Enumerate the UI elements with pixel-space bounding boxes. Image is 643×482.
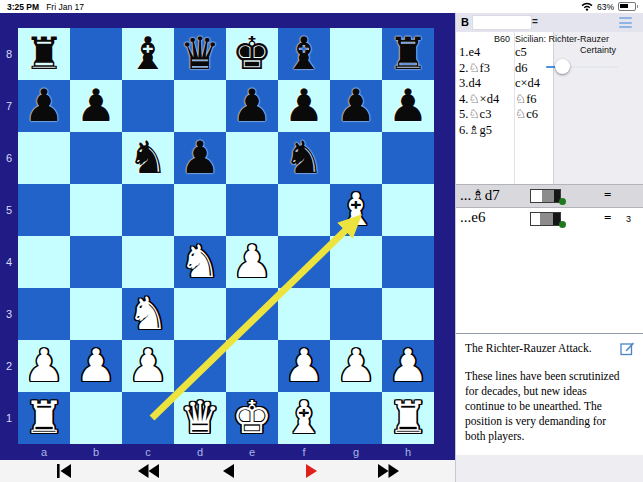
move-black-3[interactable]: c×d4 <box>515 76 554 92</box>
variation-row-2[interactable]: ...e6=3 <box>456 207 643 231</box>
fast-forward-button[interactable] <box>377 464 399 478</box>
square-g7[interactable]: ♟ <box>330 80 382 132</box>
square-b4[interactable] <box>70 236 122 288</box>
white-queen-piece: ♛ <box>180 395 220 440</box>
white-knight-piece: ♞ <box>180 239 220 284</box>
step-back-icon <box>223 464 234 478</box>
square-e1[interactable]: ♚ <box>226 392 278 444</box>
white-bishop-piece: ♝ <box>284 395 324 440</box>
black-knight-piece: ♞ <box>284 135 324 180</box>
square-f5[interactable] <box>278 184 330 236</box>
square-d6[interactable]: ♟ <box>174 132 226 184</box>
white-rook-piece: ♜ <box>24 395 64 440</box>
comment-title: The Richter-Rauzer Attack. <box>465 341 634 356</box>
battery-percent: 63% <box>597 2 614 12</box>
square-b6[interactable] <box>70 132 122 184</box>
opening-title: Sicilian: Richter-Rauzer <box>515 34 609 44</box>
square-a5[interactable] <box>18 184 70 236</box>
move-list: 1.e4c52.♘f3d63.d4c×d44.♘×d4♘f65.♘c3♘c66.… <box>459 45 554 138</box>
variation-move: ...♗d7 <box>460 186 500 204</box>
square-h2[interactable]: ♟ <box>382 340 434 392</box>
move-white-2[interactable]: 2.♘f3 <box>459 61 515 77</box>
move-white-6[interactable]: 6.♗g5 <box>459 123 515 139</box>
white-pawn-piece: ♟ <box>24 343 64 388</box>
square-b1[interactable] <box>70 392 122 444</box>
empty-book-area <box>456 229 643 333</box>
square-a4[interactable] <box>18 236 70 288</box>
rank-label-4: 4 <box>0 236 18 288</box>
white-king-piece: ♚ <box>232 395 272 440</box>
variation-row-1[interactable]: ...♗d7= <box>456 184 643 207</box>
file-label-g: g <box>330 444 382 460</box>
comment-body: These lines have been scrutinized for de… <box>465 369 623 444</box>
fast-rewind-button[interactable] <box>137 464 159 478</box>
rank-label-5: 5 <box>0 184 18 236</box>
wifi-icon <box>581 2 593 11</box>
rank-label-3: 3 <box>0 288 18 340</box>
date: Fri Jan 17 <box>46 2 84 12</box>
certainty-slider <box>546 59 624 75</box>
white-knight-piece: ♞ <box>128 291 168 336</box>
black-knight-piece: ♞ <box>128 135 168 180</box>
black-rook-piece: ♜ <box>388 31 428 76</box>
stat-segment-sd <box>542 190 554 202</box>
square-g8[interactable] <box>330 28 382 80</box>
square-d8[interactable]: ♛ <box>174 28 226 80</box>
square-c5[interactable] <box>122 184 174 236</box>
black-pawn-piece: ♟ <box>180 135 220 180</box>
certainty-label: Certainty <box>554 45 642 55</box>
square-a8[interactable]: ♜ <box>18 28 70 80</box>
square-d1[interactable]: ♛ <box>174 392 226 444</box>
square-b2[interactable]: ♟ <box>70 340 122 392</box>
white-pawn-piece: ♟ <box>388 343 428 388</box>
move-black-4[interactable]: ♘f6 <box>515 92 554 108</box>
square-g4[interactable] <box>330 236 382 288</box>
status-right: 63% <box>581 2 636 12</box>
skip-to-start-button[interactable] <box>54 464 76 478</box>
square-f4[interactable] <box>278 236 330 288</box>
skip-to-start-icon <box>57 464 74 478</box>
clock: 3:25 PM <box>7 2 39 12</box>
rank-labels: 87654321 <box>0 28 18 444</box>
square-e5[interactable] <box>226 184 278 236</box>
rank-label-8: 8 <box>0 28 18 80</box>
square-d2[interactable] <box>174 340 226 392</box>
edit-icon[interactable] <box>620 341 635 356</box>
white-rook-piece: ♜ <box>388 395 428 440</box>
square-b3[interactable] <box>70 288 122 340</box>
square-f1[interactable]: ♝ <box>278 392 330 444</box>
square-d4[interactable]: ♞ <box>174 236 226 288</box>
fast-rewind-icon <box>138 464 159 478</box>
white-pawn-piece: ♟ <box>128 343 168 388</box>
square-a2[interactable]: ♟ <box>18 340 70 392</box>
square-c8[interactable]: ♝ <box>122 28 174 80</box>
comment-box: The Richter-Rauzer Attack. These lines h… <box>456 333 643 455</box>
square-g2[interactable]: ♟ <box>330 340 382 392</box>
square-g6[interactable] <box>330 132 382 184</box>
square-a6[interactable] <box>18 132 70 184</box>
square-e4[interactable]: ♟ <box>226 236 278 288</box>
step-forward-button[interactable] <box>300 464 322 478</box>
square-f2[interactable]: ♟ <box>278 340 330 392</box>
green-dot-icon <box>559 198 566 205</box>
search-input[interactable] <box>472 15 532 30</box>
app-screen: 3:25 PM Fri Jan 17 63% 87654321 ♜♝♛♚♝♜♟♟… <box>0 0 643 482</box>
book-mode-label: B <box>461 16 469 28</box>
move-white-4[interactable]: 4.♘×d4 <box>459 92 515 108</box>
square-f7[interactable]: ♟ <box>278 80 330 132</box>
black-pawn-piece: ♟ <box>232 83 272 128</box>
move-white-3[interactable]: 3.d4 <box>459 76 515 92</box>
stat-segment-sw <box>531 190 542 202</box>
status-left: 3:25 PM Fri Jan 17 <box>7 2 84 12</box>
square-g1[interactable] <box>330 392 382 444</box>
stat-segment-sw <box>531 213 540 225</box>
square-c7[interactable] <box>122 80 174 132</box>
opening-book-panel: B = B60 Sicilian: Richter-Rauzer 1.e4c52… <box>455 13 643 482</box>
black-king-piece: ♚ <box>232 31 272 76</box>
square-b8[interactable] <box>70 28 122 80</box>
square-c2[interactable]: ♟ <box>122 340 174 392</box>
black-pawn-piece: ♟ <box>336 83 376 128</box>
white-bishop-piece: ♝ <box>336 187 376 232</box>
file-labels: abcdefgh <box>18 444 434 460</box>
rank-label-6: 6 <box>0 132 18 184</box>
file-label-b: b <box>70 444 122 460</box>
square-d5[interactable] <box>174 184 226 236</box>
eco-code: B60 <box>494 34 510 44</box>
black-pawn-piece: ♟ <box>76 83 116 128</box>
white-pawn-piece: ♟ <box>232 239 272 284</box>
square-h5[interactable] <box>382 184 434 236</box>
square-d7[interactable] <box>174 80 226 132</box>
square-f8[interactable]: ♝ <box>278 28 330 80</box>
file-label-e: e <box>226 444 278 460</box>
square-d3[interactable] <box>174 288 226 340</box>
status-bar: 3:25 PM Fri Jan 17 63% <box>0 0 643 13</box>
square-b5[interactable] <box>70 184 122 236</box>
square-e3[interactable] <box>226 288 278 340</box>
board-squares: ♜♝♛♚♝♜♟♟♟♟♟♟♞♟♞♝♞♟♞♟♟♟♟♟♟♜♛♚♝♜ <box>18 28 434 444</box>
square-h4[interactable] <box>382 236 434 288</box>
move-white-1[interactable]: 1.e4 <box>459 45 515 61</box>
rank-label-2: 2 <box>0 340 18 392</box>
move-white-5[interactable]: 5.♘c3 <box>459 107 515 123</box>
file-label-c: c <box>122 444 174 460</box>
square-g5[interactable]: ♝ <box>330 184 382 236</box>
square-h1[interactable]: ♜ <box>382 392 434 444</box>
black-pawn-piece: ♟ <box>388 83 428 128</box>
square-b7[interactable]: ♟ <box>70 80 122 132</box>
square-a1[interactable]: ♜ <box>18 392 70 444</box>
file-label-d: d <box>174 444 226 460</box>
square-c4[interactable] <box>122 236 174 288</box>
slider-knob[interactable] <box>555 59 570 74</box>
file-label-f: f <box>278 444 330 460</box>
black-rook-piece: ♜ <box>24 31 64 76</box>
step-back-button[interactable] <box>217 464 239 478</box>
square-a3[interactable] <box>18 288 70 340</box>
square-f3[interactable] <box>278 288 330 340</box>
square-c6[interactable]: ♞ <box>122 132 174 184</box>
black-queen-piece: ♛ <box>180 31 220 76</box>
square-a7[interactable]: ♟ <box>18 80 70 132</box>
black-bishop-piece: ♝ <box>128 31 168 76</box>
square-e6[interactable] <box>226 132 278 184</box>
green-dot-icon <box>559 221 566 228</box>
square-e8[interactable]: ♚ <box>226 28 278 80</box>
square-e7[interactable]: ♟ <box>226 80 278 132</box>
evaluation-symbol: = <box>604 210 611 226</box>
chess-board: 87654321 ♜♝♛♚♝♜♟♟♟♟♟♟♞♟♞♝♞♟♞♟♟♟♟♟♟♜♛♚♝♜ … <box>0 13 455 460</box>
equals-icon: = <box>532 16 538 27</box>
playback-toolbar <box>0 460 455 482</box>
move-black-5[interactable]: ♘c6 <box>515 107 554 123</box>
square-f6[interactable]: ♞ <box>278 132 330 184</box>
square-h8[interactable]: ♜ <box>382 28 434 80</box>
white-pawn-piece: ♟ <box>76 343 116 388</box>
black-pawn-piece: ♟ <box>284 83 324 128</box>
square-g3[interactable] <box>330 288 382 340</box>
variation-move: ...e6 <box>460 209 485 226</box>
file-label-a: a <box>18 444 70 460</box>
game-count: 3 <box>626 214 631 224</box>
square-h6[interactable] <box>382 132 434 184</box>
evaluation-symbol: = <box>604 187 611 203</box>
stat-segment-sd <box>540 213 553 225</box>
result-stats-bar <box>530 212 561 226</box>
move-black-6[interactable] <box>515 123 554 139</box>
fast-forward-icon <box>378 464 399 478</box>
black-pawn-piece: ♟ <box>24 83 64 128</box>
square-h3[interactable] <box>382 288 434 340</box>
battery-icon <box>618 2 636 11</box>
white-pawn-piece: ♟ <box>336 343 376 388</box>
square-c1[interactable] <box>122 392 174 444</box>
square-e2[interactable] <box>226 340 278 392</box>
square-h7[interactable]: ♟ <box>382 80 434 132</box>
panel-top-bar: B = <box>456 13 643 32</box>
step-forward-icon <box>306 464 317 478</box>
result-stats-bar <box>530 189 561 203</box>
black-bishop-piece: ♝ <box>284 31 324 76</box>
variation-list: ...♗d7=...e6=3 <box>456 184 643 231</box>
opening-name: B60 Sicilian: Richter-Rauzer <box>456 34 643 44</box>
menu-icon[interactable] <box>619 17 632 28</box>
square-c3[interactable]: ♞ <box>122 288 174 340</box>
rank-label-1: 1 <box>0 392 18 444</box>
white-pawn-piece: ♟ <box>284 343 324 388</box>
rank-label-7: 7 <box>0 80 18 132</box>
file-label-h: h <box>382 444 434 460</box>
